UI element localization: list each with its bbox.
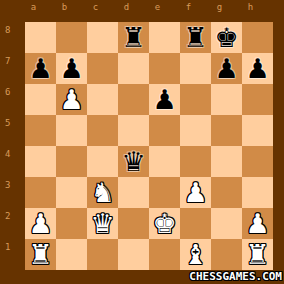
- square-b5[interactable]: [56, 115, 87, 146]
- square-c4[interactable]: [87, 146, 118, 177]
- rank-label-6: 6: [0, 84, 25, 115]
- square-d1[interactable]: [118, 239, 149, 270]
- square-g1[interactable]: [211, 239, 242, 270]
- square-f2[interactable]: [180, 208, 211, 239]
- white-pawn[interactable]: ♟: [28, 208, 52, 239]
- square-c7[interactable]: [87, 53, 118, 84]
- square-e7[interactable]: [149, 53, 180, 84]
- white-knight[interactable]: ♞: [90, 177, 114, 208]
- square-a7[interactable]: ♟: [25, 53, 56, 84]
- square-e5[interactable]: [149, 115, 180, 146]
- white-rook[interactable]: ♜: [28, 239, 52, 270]
- square-d2[interactable]: [118, 208, 149, 239]
- rank-label-1: 1: [0, 239, 25, 270]
- black-pawn[interactable]: ♟: [28, 53, 52, 84]
- square-c6[interactable]: [87, 84, 118, 115]
- file-label-e: e: [142, 0, 173, 22]
- square-d8[interactable]: ♜: [118, 22, 149, 53]
- square-a1[interactable]: ♜: [25, 239, 56, 270]
- square-h7[interactable]: ♟: [242, 53, 273, 84]
- file-label-f: f: [173, 0, 204, 22]
- square-h6[interactable]: [242, 84, 273, 115]
- black-king[interactable]: ♚: [214, 22, 238, 53]
- square-f8[interactable]: ♜: [180, 22, 211, 53]
- square-b7[interactable]: ♟: [56, 53, 87, 84]
- white-rook[interactable]: ♜: [245, 239, 269, 270]
- chess-diagram-frame: abcdefgh 87654321 ♜♜♚♟♟♟♟♟♟♛♞♟♟♛♚♟♜♝♜ CH…: [0, 0, 284, 284]
- square-e3[interactable]: [149, 177, 180, 208]
- file-label-c: c: [80, 0, 111, 22]
- file-label-d: d: [111, 0, 142, 22]
- square-f6[interactable]: [180, 84, 211, 115]
- rank-labels: 87654321: [0, 22, 25, 270]
- square-g5[interactable]: [211, 115, 242, 146]
- file-label-h: h: [235, 0, 266, 22]
- square-g2[interactable]: [211, 208, 242, 239]
- site-watermark: CHESSGAMES.COM: [189, 270, 282, 283]
- square-c5[interactable]: [87, 115, 118, 146]
- square-g8[interactable]: ♚: [211, 22, 242, 53]
- square-d5[interactable]: [118, 115, 149, 146]
- square-b3[interactable]: [56, 177, 87, 208]
- white-king[interactable]: ♚: [152, 208, 176, 239]
- white-pawn[interactable]: ♟: [59, 84, 83, 115]
- square-a6[interactable]: [25, 84, 56, 115]
- square-f4[interactable]: [180, 146, 211, 177]
- square-e2[interactable]: ♚: [149, 208, 180, 239]
- black-queen[interactable]: ♛: [121, 146, 145, 177]
- square-f1[interactable]: ♝: [180, 239, 211, 270]
- black-pawn[interactable]: ♟: [245, 53, 269, 84]
- square-d6[interactable]: [118, 84, 149, 115]
- square-a3[interactable]: [25, 177, 56, 208]
- file-label-a: a: [18, 0, 49, 22]
- white-queen[interactable]: ♛: [90, 208, 114, 239]
- square-c8[interactable]: [87, 22, 118, 53]
- file-labels: abcdefgh: [25, 0, 273, 22]
- rank-label-7: 7: [0, 53, 25, 84]
- square-e6[interactable]: ♟: [149, 84, 180, 115]
- square-b6[interactable]: ♟: [56, 84, 87, 115]
- square-h1[interactable]: ♜: [242, 239, 273, 270]
- square-e4[interactable]: [149, 146, 180, 177]
- file-label-g: g: [204, 0, 235, 22]
- square-d3[interactable]: [118, 177, 149, 208]
- white-pawn[interactable]: ♟: [183, 177, 207, 208]
- square-a2[interactable]: ♟: [25, 208, 56, 239]
- square-d7[interactable]: [118, 53, 149, 84]
- square-h8[interactable]: [242, 22, 273, 53]
- square-e1[interactable]: [149, 239, 180, 270]
- square-c1[interactable]: [87, 239, 118, 270]
- black-pawn[interactable]: ♟: [59, 53, 83, 84]
- square-f3[interactable]: ♟: [180, 177, 211, 208]
- square-c2[interactable]: ♛: [87, 208, 118, 239]
- square-e8[interactable]: [149, 22, 180, 53]
- square-c3[interactable]: ♞: [87, 177, 118, 208]
- square-b4[interactable]: [56, 146, 87, 177]
- square-b1[interactable]: [56, 239, 87, 270]
- square-g7[interactable]: ♟: [211, 53, 242, 84]
- white-pawn[interactable]: ♟: [245, 208, 269, 239]
- rank-label-8: 8: [0, 22, 25, 53]
- square-h5[interactable]: [242, 115, 273, 146]
- square-h3[interactable]: [242, 177, 273, 208]
- square-a5[interactable]: [25, 115, 56, 146]
- white-bishop[interactable]: ♝: [183, 239, 207, 270]
- black-pawn[interactable]: ♟: [214, 53, 238, 84]
- black-pawn[interactable]: ♟: [152, 84, 176, 115]
- square-a4[interactable]: [25, 146, 56, 177]
- square-f5[interactable]: [180, 115, 211, 146]
- rank-label-3: 3: [0, 177, 25, 208]
- black-rook[interactable]: ♜: [183, 22, 207, 53]
- file-label-b: b: [49, 0, 80, 22]
- square-g6[interactable]: [211, 84, 242, 115]
- chess-board: ♜♜♚♟♟♟♟♟♟♛♞♟♟♛♚♟♜♝♜: [25, 22, 273, 270]
- rank-label-4: 4: [0, 146, 25, 177]
- square-h2[interactable]: ♟: [242, 208, 273, 239]
- rank-label-5: 5: [0, 115, 25, 146]
- black-rook[interactable]: ♜: [121, 22, 145, 53]
- square-g3[interactable]: [211, 177, 242, 208]
- square-d4[interactable]: ♛: [118, 146, 149, 177]
- square-a8[interactable]: [25, 22, 56, 53]
- rank-label-2: 2: [0, 208, 25, 239]
- square-b2[interactable]: [56, 208, 87, 239]
- square-g4[interactable]: [211, 146, 242, 177]
- square-b8[interactable]: [56, 22, 87, 53]
- square-f7[interactable]: [180, 53, 211, 84]
- square-h4[interactable]: [242, 146, 273, 177]
